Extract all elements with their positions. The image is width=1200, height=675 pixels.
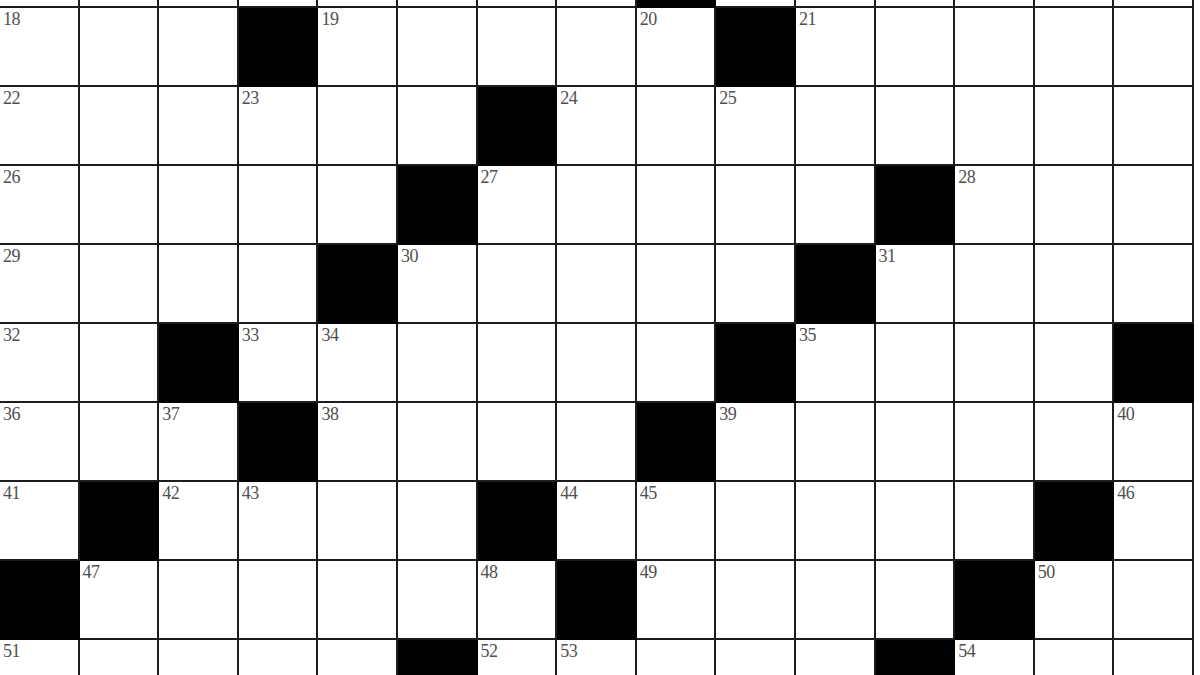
white-cell-r9c3[interactable] — [239, 640, 319, 675]
clue-number-46: 46 — [1117, 484, 1134, 502]
white-cell-r8c11[interactable] — [876, 561, 956, 640]
clue-number-22: 22 — [3, 89, 20, 107]
clue-number-18: 18 — [3, 10, 20, 28]
white-cell-r5c1[interactable] — [80, 324, 160, 403]
white-cell-r4c1[interactable] — [80, 245, 160, 324]
white-cell-r9c6[interactable]: 52 — [478, 640, 558, 675]
black-cell-r6c8 — [637, 403, 717, 482]
white-cell-r1c0[interactable]: 18 — [0, 8, 80, 87]
black-cell-r5c2 — [159, 324, 239, 403]
white-cell-r5c11[interactable] — [876, 324, 956, 403]
clue-number-50: 50 — [1038, 563, 1055, 581]
white-cell-r4c14[interactable] — [1114, 245, 1194, 324]
white-cell-r6c14[interactable]: 40 — [1114, 403, 1194, 482]
white-cell-r9c2[interactable] — [159, 640, 239, 675]
white-cell-r5c5[interactable] — [398, 324, 478, 403]
white-cell-r1c7[interactable] — [557, 8, 637, 87]
black-cell-r4c4 — [318, 245, 398, 324]
clue-number-39: 39 — [719, 405, 736, 423]
clue-number-23: 23 — [242, 89, 259, 107]
clue-number-24: 24 — [560, 89, 577, 107]
black-cell-r7c6 — [478, 482, 558, 561]
clue-number-43: 43 — [242, 484, 259, 502]
white-cell-r4c13[interactable] — [1035, 245, 1115, 324]
white-cell-r9c10[interactable] — [796, 640, 876, 675]
white-cell-r1c5[interactable] — [398, 8, 478, 87]
clue-number-19: 19 — [321, 10, 338, 28]
white-cell-r7c0[interactable]: 41 — [0, 482, 80, 561]
white-cell-r6c1[interactable] — [80, 403, 160, 482]
white-cell-r4c12[interactable] — [955, 245, 1035, 324]
white-cell-r7c4[interactable] — [318, 482, 398, 561]
white-cell-r8c14[interactable] — [1114, 561, 1194, 640]
white-cell-r1c4[interactable]: 19 — [318, 8, 398, 87]
white-cell-r8c5[interactable] — [398, 561, 478, 640]
white-cell-r4c11[interactable]: 31 — [876, 245, 956, 324]
black-cell-r6c3 — [239, 403, 319, 482]
clue-number-45: 45 — [640, 484, 657, 502]
white-cell-r0c13[interactable] — [1035, 0, 1115, 8]
white-cell-r3c4[interactable] — [318, 166, 398, 245]
white-cell-r2c14[interactable] — [1114, 87, 1194, 166]
white-cell-r2c10[interactable] — [796, 87, 876, 166]
white-cell-r9c8[interactable] — [637, 640, 717, 675]
white-cell-r1c14[interactable] — [1114, 8, 1194, 87]
white-cell-r0c14[interactable] — [1114, 0, 1194, 8]
clue-number-47: 47 — [83, 563, 100, 581]
white-cell-r9c7[interactable]: 53 — [557, 640, 637, 675]
clue-number-54: 54 — [958, 642, 975, 660]
white-cell-r3c12[interactable]: 28 — [955, 166, 1035, 245]
clue-number-37: 37 — [162, 405, 179, 423]
white-cell-r2c12[interactable] — [955, 87, 1035, 166]
white-cell-r2c3[interactable]: 23 — [239, 87, 319, 166]
white-cell-r6c11[interactable] — [876, 403, 956, 482]
white-cell-r5c3[interactable]: 33 — [239, 324, 319, 403]
crossword-grid: 1819202122232425262728293031323334353637… — [0, 0, 1194, 675]
white-cell-r7c14[interactable]: 46 — [1114, 482, 1194, 561]
clue-number-32: 32 — [3, 326, 20, 344]
black-cell-r3c11 — [876, 166, 956, 245]
white-cell-r5c10[interactable]: 35 — [796, 324, 876, 403]
white-cell-r5c8[interactable] — [637, 324, 717, 403]
black-cell-r2c6 — [478, 87, 558, 166]
black-cell-r5c14 — [1114, 324, 1194, 403]
clue-number-49: 49 — [640, 563, 657, 581]
white-cell-r1c2[interactable] — [159, 8, 239, 87]
clue-number-51: 51 — [3, 642, 20, 660]
white-cell-r1c10[interactable]: 21 — [796, 8, 876, 87]
white-cell-r4c7[interactable] — [557, 245, 637, 324]
white-cell-r4c0[interactable]: 29 — [0, 245, 80, 324]
clue-number-21: 21 — [799, 10, 816, 28]
clue-number-44: 44 — [560, 484, 577, 502]
black-cell-r8c0 — [0, 561, 80, 640]
white-cell-r6c2[interactable]: 37 — [159, 403, 239, 482]
white-cell-r2c4[interactable] — [318, 87, 398, 166]
white-cell-r1c1[interactable] — [80, 8, 160, 87]
white-cell-r3c7[interactable] — [557, 166, 637, 245]
white-cell-r0c6[interactable] — [478, 0, 558, 8]
white-cell-r8c3[interactable] — [239, 561, 319, 640]
white-cell-r4c5[interactable]: 30 — [398, 245, 478, 324]
white-cell-r5c6[interactable] — [478, 324, 558, 403]
white-cell-r6c5[interactable] — [398, 403, 478, 482]
white-cell-r0c10[interactable] — [796, 0, 876, 8]
white-cell-r2c7[interactable]: 24 — [557, 87, 637, 166]
clue-number-52: 52 — [481, 642, 498, 660]
black-cell-r8c12 — [955, 561, 1035, 640]
white-cell-r3c10[interactable] — [796, 166, 876, 245]
white-cell-r1c11[interactable] — [876, 8, 956, 87]
white-cell-r7c2[interactable]: 42 — [159, 482, 239, 561]
white-cell-r3c3[interactable] — [239, 166, 319, 245]
white-cell-r6c6[interactable] — [478, 403, 558, 482]
white-cell-r8c9[interactable] — [716, 561, 796, 640]
clue-number-28: 28 — [958, 168, 975, 186]
white-cell-r0c12[interactable] — [955, 0, 1035, 8]
white-cell-r3c6[interactable]: 27 — [478, 166, 558, 245]
white-cell-r8c1[interactable]: 47 — [80, 561, 160, 640]
white-cell-r3c0[interactable]: 26 — [0, 166, 80, 245]
white-cell-r8c2[interactable] — [159, 561, 239, 640]
white-cell-r2c5[interactable] — [398, 87, 478, 166]
white-cell-r6c12[interactable] — [955, 403, 1035, 482]
clue-number-31: 31 — [879, 247, 896, 265]
white-cell-r7c9[interactable] — [716, 482, 796, 561]
clue-number-26: 26 — [3, 168, 20, 186]
white-cell-r3c14[interactable] — [1114, 166, 1194, 245]
clue-number-48: 48 — [481, 563, 498, 581]
clue-number-33: 33 — [242, 326, 259, 344]
white-cell-r7c11[interactable] — [876, 482, 956, 561]
white-cell-r3c1[interactable] — [80, 166, 160, 245]
white-cell-r0c7[interactable] — [557, 0, 637, 8]
black-cell-r3c5 — [398, 166, 478, 245]
white-cell-r2c2[interactable] — [159, 87, 239, 166]
clue-number-36: 36 — [3, 405, 20, 423]
white-cell-r6c4[interactable]: 38 — [318, 403, 398, 482]
white-cell-r9c13[interactable] — [1035, 640, 1115, 675]
black-cell-r7c1 — [80, 482, 160, 561]
clue-number-42: 42 — [162, 484, 179, 502]
white-cell-r8c8[interactable]: 49 — [637, 561, 717, 640]
black-cell-r8c7 — [557, 561, 637, 640]
white-cell-r0c0[interactable] — [0, 0, 80, 8]
white-cell-r9c1[interactable] — [80, 640, 160, 675]
black-cell-r1c9 — [716, 8, 796, 87]
white-cell-r5c0[interactable]: 32 — [0, 324, 80, 403]
white-cell-r7c7[interactable]: 44 — [557, 482, 637, 561]
clue-number-38: 38 — [321, 405, 338, 423]
clue-number-29: 29 — [3, 247, 20, 265]
clue-number-40: 40 — [1117, 405, 1134, 423]
white-cell-r9c12[interactable]: 54 — [955, 640, 1035, 675]
white-cell-r1c8[interactable]: 20 — [637, 8, 717, 87]
white-cell-r7c5[interactable] — [398, 482, 478, 561]
white-cell-r5c4[interactable]: 34 — [318, 324, 398, 403]
white-cell-r3c9[interactable] — [716, 166, 796, 245]
black-cell-r7c13 — [1035, 482, 1115, 561]
white-cell-r2c9[interactable]: 25 — [716, 87, 796, 166]
white-cell-r0c2[interactable] — [159, 0, 239, 8]
white-cell-r2c11[interactable] — [876, 87, 956, 166]
white-cell-r6c0[interactable]: 36 — [0, 403, 80, 482]
white-cell-r1c6[interactable] — [478, 8, 558, 87]
black-cell-r9c5 — [398, 640, 478, 675]
white-cell-r6c9[interactable]: 39 — [716, 403, 796, 482]
white-cell-r0c1[interactable] — [80, 0, 160, 8]
white-cell-r0c5[interactable] — [398, 0, 478, 8]
clue-number-35: 35 — [799, 326, 816, 344]
white-cell-r0c4[interactable] — [318, 0, 398, 8]
white-cell-r5c13[interactable] — [1035, 324, 1115, 403]
white-cell-r3c13[interactable] — [1035, 166, 1115, 245]
white-cell-r4c2[interactable] — [159, 245, 239, 324]
white-cell-r5c7[interactable] — [557, 324, 637, 403]
white-cell-r1c12[interactable] — [955, 8, 1035, 87]
white-cell-r8c13[interactable]: 50 — [1035, 561, 1115, 640]
white-cell-r9c14[interactable] — [1114, 640, 1194, 675]
black-cell-r0c8 — [637, 0, 717, 8]
white-cell-r2c0[interactable]: 22 — [0, 87, 80, 166]
white-cell-r0c3[interactable] — [239, 0, 319, 8]
white-cell-r2c1[interactable] — [80, 87, 160, 166]
white-cell-r5c12[interactable] — [955, 324, 1035, 403]
white-cell-r8c6[interactable]: 48 — [478, 561, 558, 640]
black-cell-r1c3 — [239, 8, 319, 87]
clue-number-34: 34 — [321, 326, 338, 344]
white-cell-r9c4[interactable] — [318, 640, 398, 675]
black-cell-r5c9 — [716, 324, 796, 403]
white-cell-r2c8[interactable] — [637, 87, 717, 166]
clue-number-25: 25 — [719, 89, 736, 107]
white-cell-r9c0[interactable]: 51 — [0, 640, 80, 675]
white-cell-r4c3[interactable] — [239, 245, 319, 324]
white-cell-r7c12[interactable] — [955, 482, 1035, 561]
black-cell-r4c10 — [796, 245, 876, 324]
white-cell-r7c10[interactable] — [796, 482, 876, 561]
black-cell-r9c11 — [876, 640, 956, 675]
white-cell-r2c13[interactable] — [1035, 87, 1115, 166]
white-cell-r0c9[interactable] — [716, 0, 796, 8]
white-cell-r4c8[interactable] — [637, 245, 717, 324]
white-cell-r7c3[interactable]: 43 — [239, 482, 319, 561]
white-cell-r1c13[interactable] — [1035, 8, 1115, 87]
white-cell-r6c7[interactable] — [557, 403, 637, 482]
white-cell-r7c8[interactable]: 45 — [637, 482, 717, 561]
white-cell-r6c13[interactable] — [1035, 403, 1115, 482]
white-cell-r4c9[interactable] — [716, 245, 796, 324]
white-cell-r6c10[interactable] — [796, 403, 876, 482]
clue-number-30: 30 — [401, 247, 418, 265]
white-cell-r8c4[interactable] — [318, 561, 398, 640]
clue-number-53: 53 — [560, 642, 577, 660]
white-cell-r0c11[interactable] — [876, 0, 956, 8]
clue-number-27: 27 — [481, 168, 498, 186]
clue-number-20: 20 — [640, 10, 657, 28]
white-cell-r9c9[interactable] — [716, 640, 796, 675]
white-cell-r4c6[interactable] — [478, 245, 558, 324]
white-cell-r3c2[interactable] — [159, 166, 239, 245]
white-cell-r8c10[interactable] — [796, 561, 876, 640]
clue-number-41: 41 — [3, 484, 20, 502]
crossword-screenshot: 1819202122232425262728293031323334353637… — [0, 0, 1200, 675]
white-cell-r3c8[interactable] — [637, 166, 717, 245]
